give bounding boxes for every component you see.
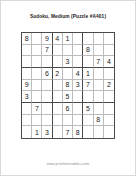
sudoku-cell-r3c5[interactable]: 3 bbox=[63, 56, 73, 68]
sudoku-cell-r5c1[interactable]: 9 bbox=[22, 80, 32, 92]
sudoku-cell-r6c3[interactable] bbox=[42, 91, 52, 103]
sudoku-cell-r3c4[interactable] bbox=[53, 56, 63, 68]
sudoku-cell-r1c2[interactable] bbox=[32, 33, 42, 45]
sudoku-cell-r3c8[interactable]: 7 bbox=[94, 56, 104, 68]
sudoku-cell-r1c7[interactable] bbox=[83, 33, 93, 45]
sudoku-cell-r6c9[interactable] bbox=[104, 91, 114, 103]
sudoku-cell-r3c6[interactable] bbox=[73, 56, 83, 68]
sudoku-cell-r2c2[interactable] bbox=[32, 45, 42, 57]
sudoku-cell-r6c5[interactable]: 5 bbox=[63, 91, 73, 103]
sudoku-cell-r7c1[interactable] bbox=[22, 103, 32, 115]
sudoku-cell-r4c7[interactable]: 1 bbox=[83, 68, 93, 80]
sudoku-cell-r5c5[interactable]: 8 bbox=[63, 80, 73, 92]
sudoku-cell-r7c9[interactable] bbox=[104, 103, 114, 115]
sudoku-cell-r4c8[interactable] bbox=[94, 68, 104, 80]
sudoku-grid: 8941783746241983723576581378 bbox=[21, 32, 115, 139]
sudoku-cell-r9c9[interactable] bbox=[104, 126, 114, 138]
sudoku-cell-r9c2[interactable]: 1 bbox=[32, 126, 42, 138]
sudoku-cell-r6c2[interactable] bbox=[32, 91, 42, 103]
sudoku-cell-r3c3[interactable] bbox=[42, 56, 52, 68]
sudoku-cell-r2c6[interactable] bbox=[73, 45, 83, 57]
sudoku-cell-r2c1[interactable] bbox=[22, 45, 32, 57]
sudoku-cell-r3c9[interactable]: 4 bbox=[104, 56, 114, 68]
sudoku-cell-r4c4[interactable]: 2 bbox=[53, 68, 63, 80]
sudoku-cell-r6c1[interactable]: 3 bbox=[22, 91, 32, 103]
sudoku-cell-r7c8[interactable] bbox=[94, 103, 104, 115]
sudoku-cell-r2c4[interactable] bbox=[53, 45, 63, 57]
sudoku-cell-r8c4[interactable] bbox=[53, 115, 63, 127]
sudoku-cell-r2c3[interactable]: 7 bbox=[42, 45, 52, 57]
sudoku-cell-r1c3[interactable]: 9 bbox=[42, 33, 52, 45]
sudoku-cell-r8c9[interactable] bbox=[104, 115, 114, 127]
sudoku-cell-r1c5[interactable]: 1 bbox=[63, 33, 73, 45]
sudoku-cell-r5c3[interactable] bbox=[42, 80, 52, 92]
sudoku-cell-r9c5[interactable]: 7 bbox=[63, 126, 73, 138]
sudoku-cell-r2c8[interactable] bbox=[94, 45, 104, 57]
sudoku-cell-r1c1[interactable]: 8 bbox=[22, 33, 32, 45]
sudoku-cell-r8c3[interactable] bbox=[42, 115, 52, 127]
sudoku-cell-r3c1[interactable] bbox=[22, 56, 32, 68]
sudoku-cell-r4c5[interactable] bbox=[63, 68, 73, 80]
sudoku-cell-r7c7[interactable]: 5 bbox=[83, 103, 93, 115]
sudoku-cell-r7c2[interactable]: 7 bbox=[32, 103, 42, 115]
sudoku-cell-r9c7[interactable] bbox=[83, 126, 93, 138]
sudoku-cell-r2c9[interactable] bbox=[104, 45, 114, 57]
sudoku-cell-r8c6[interactable] bbox=[73, 115, 83, 127]
sudoku-cell-r4c1[interactable] bbox=[22, 68, 32, 80]
page-title: Sudoku, Medium (Puzzle #A401) bbox=[1, 14, 135, 19]
sudoku-cell-r5c4[interactable] bbox=[53, 80, 63, 92]
sudoku-cell-r3c2[interactable] bbox=[32, 56, 42, 68]
sudoku-cell-r3c7[interactable] bbox=[83, 56, 93, 68]
sudoku-cell-r2c7[interactable]: 8 bbox=[83, 45, 93, 57]
sudoku-cell-r9c3[interactable]: 3 bbox=[42, 126, 52, 138]
sudoku-cell-r9c1[interactable] bbox=[22, 126, 32, 138]
sudoku-cell-r8c2[interactable] bbox=[32, 115, 42, 127]
sudoku-cell-r5c6[interactable]: 3 bbox=[73, 80, 83, 92]
sudoku-cell-r9c8[interactable] bbox=[94, 126, 104, 138]
sudoku-cell-r6c6[interactable] bbox=[73, 91, 83, 103]
sudoku-cell-r7c6[interactable] bbox=[73, 103, 83, 115]
sudoku-cell-r8c8[interactable]: 8 bbox=[94, 115, 104, 127]
sudoku-cell-r5c9[interactable]: 2 bbox=[104, 80, 114, 92]
sudoku-cell-r5c8[interactable] bbox=[94, 80, 104, 92]
sudoku-cell-r1c8[interactable] bbox=[94, 33, 104, 45]
sudoku-cell-r2c5[interactable] bbox=[63, 45, 73, 57]
sudoku-cell-r9c4[interactable] bbox=[53, 126, 63, 138]
sudoku-cell-r8c1[interactable] bbox=[22, 115, 32, 127]
sudoku-cell-r5c7[interactable]: 7 bbox=[83, 80, 93, 92]
sudoku-cell-r4c2[interactable] bbox=[32, 68, 42, 80]
sudoku-cell-r7c5[interactable]: 6 bbox=[63, 103, 73, 115]
sudoku-cell-r6c4[interactable] bbox=[53, 91, 63, 103]
sudoku-cell-r8c7[interactable] bbox=[83, 115, 93, 127]
sudoku-cell-r7c4[interactable] bbox=[53, 103, 63, 115]
sudoku-cell-r4c3[interactable]: 6 bbox=[42, 68, 52, 80]
sudoku-cell-r6c8[interactable] bbox=[94, 91, 104, 103]
sudoku-cell-r4c6[interactable]: 4 bbox=[73, 68, 83, 80]
sudoku-cell-r1c6[interactable] bbox=[73, 33, 83, 45]
sudoku-cell-r7c3[interactable] bbox=[42, 103, 52, 115]
sudoku-cell-r1c4[interactable]: 4 bbox=[53, 33, 63, 45]
sudoku-cell-r8c5[interactable] bbox=[63, 115, 73, 127]
sudoku-cell-r9c6[interactable]: 8 bbox=[73, 126, 83, 138]
sudoku-cell-r6c7[interactable] bbox=[83, 91, 93, 103]
sudoku-cell-r1c9[interactable] bbox=[104, 33, 114, 45]
footer-url: www.printfreesudoku.com bbox=[1, 162, 135, 166]
sudoku-cell-r5c2[interactable] bbox=[32, 80, 42, 92]
sudoku-cell-r4c9[interactable] bbox=[104, 68, 114, 80]
sudoku-sheet: Sudoku, Medium (Puzzle #A401) 8941783746… bbox=[0, 0, 136, 176]
